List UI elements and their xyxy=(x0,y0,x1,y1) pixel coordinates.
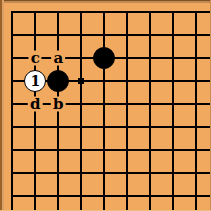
intersection xyxy=(184,70,207,93)
intersection xyxy=(1,161,24,184)
intersection xyxy=(184,93,207,116)
intersection xyxy=(115,24,138,47)
intersection xyxy=(115,115,138,138)
letter-label-a: a xyxy=(51,51,65,66)
intersection xyxy=(115,161,138,184)
hoshi-square-marker xyxy=(78,78,84,84)
intersection xyxy=(115,47,138,70)
intersection xyxy=(138,93,161,116)
intersection xyxy=(47,138,70,161)
intersection xyxy=(47,161,70,184)
intersection xyxy=(24,24,47,47)
intersection xyxy=(184,115,207,138)
intersection xyxy=(70,1,93,24)
intersection xyxy=(138,1,161,24)
intersection xyxy=(184,24,207,47)
intersection xyxy=(24,1,47,24)
intersection xyxy=(138,115,161,138)
intersection xyxy=(1,138,24,161)
letter-label-d: d xyxy=(28,97,43,112)
intersection xyxy=(138,138,161,161)
intersection xyxy=(93,1,116,24)
intersection xyxy=(161,24,184,47)
go-board-diagram: cadb1 xyxy=(0,0,211,211)
intersection xyxy=(93,24,116,47)
intersection xyxy=(161,93,184,116)
intersection xyxy=(1,1,24,24)
intersection xyxy=(138,47,161,70)
intersection xyxy=(1,115,24,138)
intersection xyxy=(184,161,207,184)
intersection xyxy=(70,93,93,116)
intersection xyxy=(115,1,138,24)
intersection xyxy=(70,24,93,47)
board-frame-left-edge xyxy=(0,0,4,211)
intersection xyxy=(184,184,207,207)
intersection xyxy=(93,138,116,161)
intersection xyxy=(24,184,47,207)
intersection xyxy=(161,70,184,93)
intersection xyxy=(115,138,138,161)
intersection xyxy=(115,70,138,93)
board-frame-top-edge xyxy=(0,0,211,3)
intersection xyxy=(47,184,70,207)
intersection xyxy=(161,115,184,138)
intersection xyxy=(1,24,24,47)
intersection xyxy=(161,184,184,207)
intersection xyxy=(70,138,93,161)
intersection xyxy=(161,138,184,161)
intersection xyxy=(93,161,116,184)
intersection xyxy=(93,93,116,116)
goban-grid: cadb1 xyxy=(1,1,211,211)
intersection xyxy=(184,1,207,24)
intersection xyxy=(138,70,161,93)
intersection xyxy=(161,161,184,184)
intersection xyxy=(161,1,184,24)
intersection xyxy=(24,115,47,138)
intersection xyxy=(138,184,161,207)
intersection xyxy=(93,184,116,207)
intersection xyxy=(47,24,70,47)
intersection xyxy=(70,184,93,207)
intersection xyxy=(138,24,161,47)
intersection xyxy=(115,93,138,116)
intersection xyxy=(24,161,47,184)
intersection xyxy=(70,47,93,70)
intersection xyxy=(70,161,93,184)
intersection xyxy=(115,184,138,207)
intersection xyxy=(93,70,116,93)
board-frame-bottom-edge xyxy=(0,210,211,211)
intersection xyxy=(1,184,24,207)
intersection xyxy=(161,47,184,70)
move-number: 1 xyxy=(30,74,40,88)
intersection xyxy=(184,47,207,70)
intersection xyxy=(47,1,70,24)
intersection xyxy=(1,93,24,116)
intersection xyxy=(24,138,47,161)
board-frame-right-edge xyxy=(210,0,211,211)
letter-label-c: c xyxy=(29,51,42,66)
intersection xyxy=(70,115,93,138)
intersection xyxy=(47,115,70,138)
intersection xyxy=(93,115,116,138)
intersection xyxy=(1,47,24,70)
intersection xyxy=(184,138,207,161)
intersection xyxy=(138,161,161,184)
intersection xyxy=(1,70,24,93)
letter-label-b: b xyxy=(51,97,66,112)
